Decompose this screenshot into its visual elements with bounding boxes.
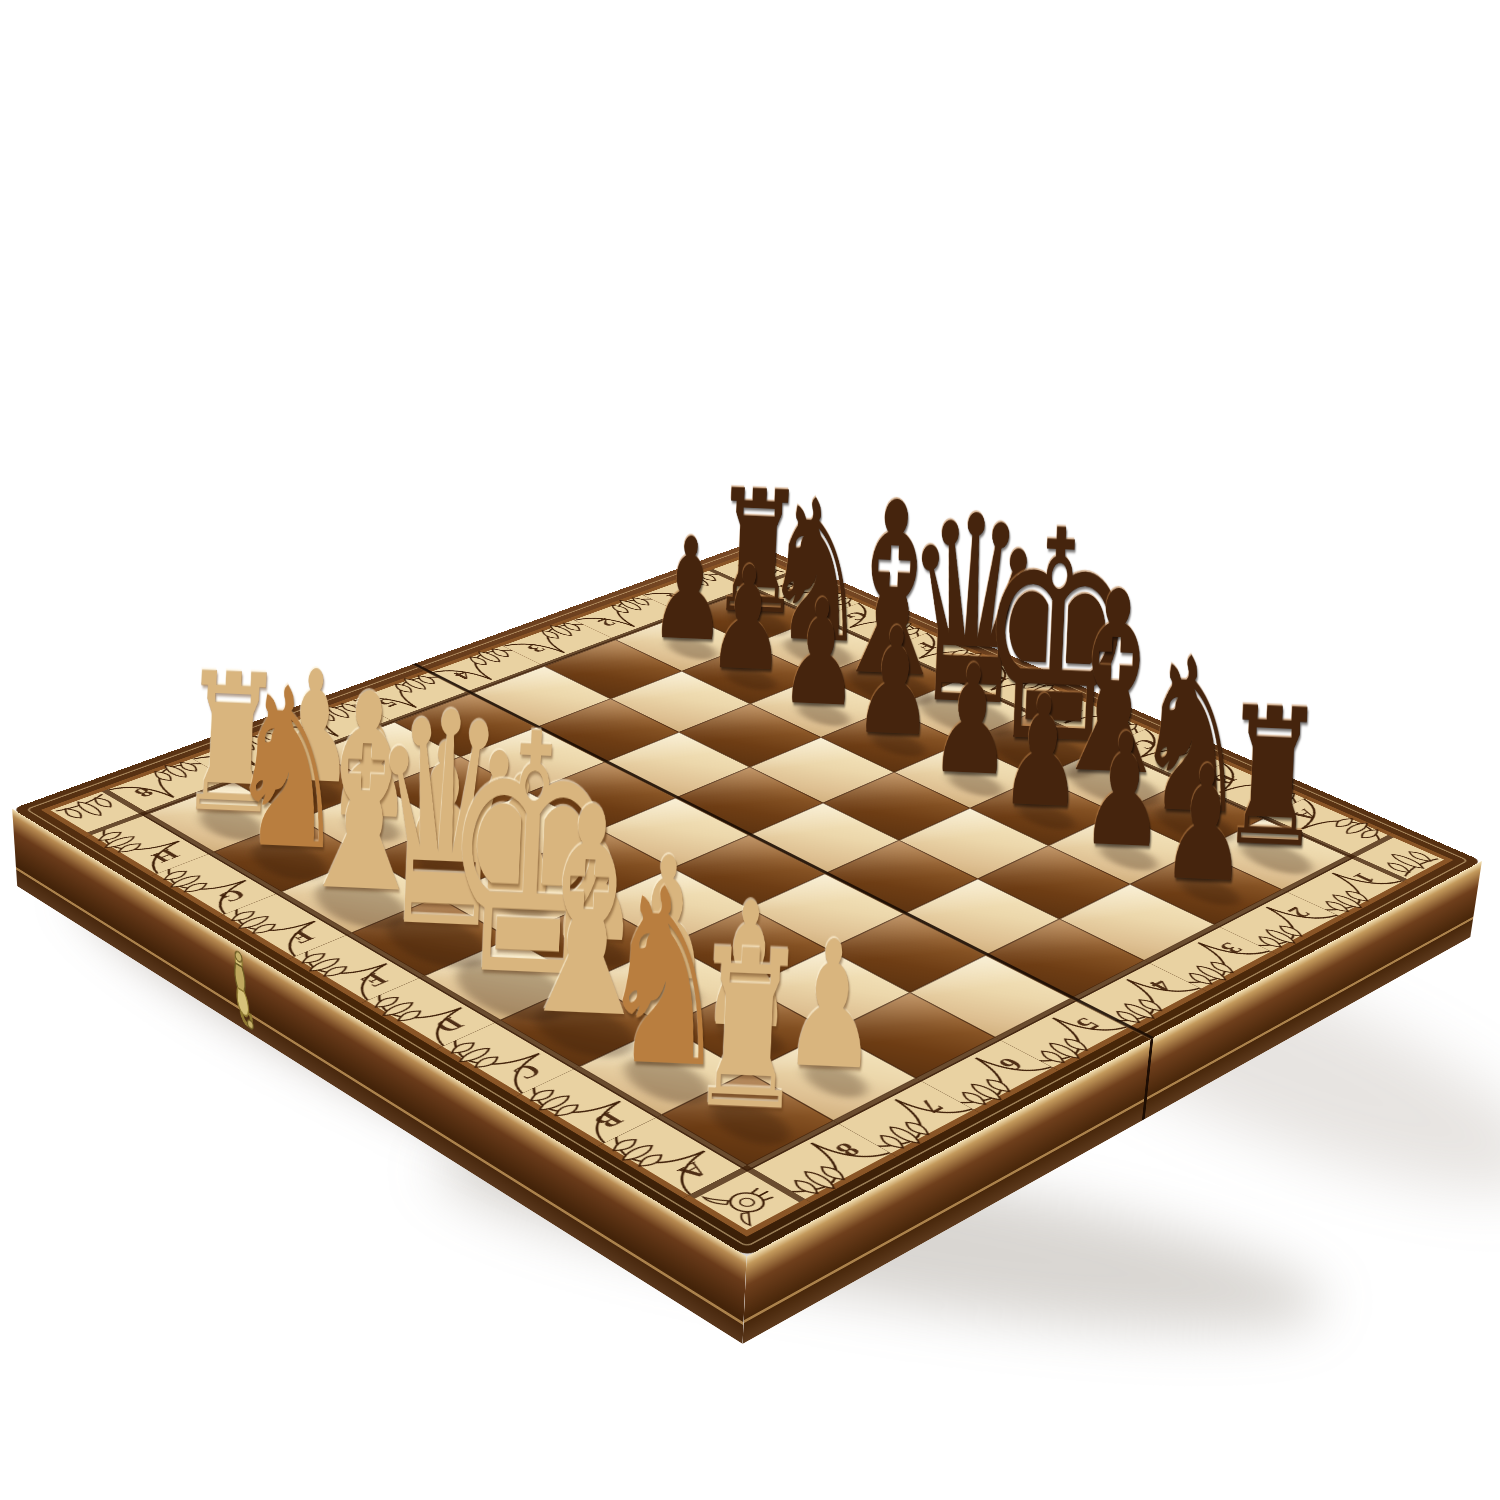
brass-clasp-icon xyxy=(226,941,265,1041)
product-photo-scene: H G F E D C xyxy=(0,0,1500,1500)
brass-clasp xyxy=(226,941,265,1041)
white-rook[interactable]: ♜ xyxy=(668,920,829,1144)
board-plane: H G F E D C xyxy=(12,542,1482,1256)
camera-tilt: H G F E D C xyxy=(0,0,1500,1500)
black-pawn[interactable]: ♟ xyxy=(1135,742,1276,906)
side-seam-groove xyxy=(1142,1038,1153,1121)
